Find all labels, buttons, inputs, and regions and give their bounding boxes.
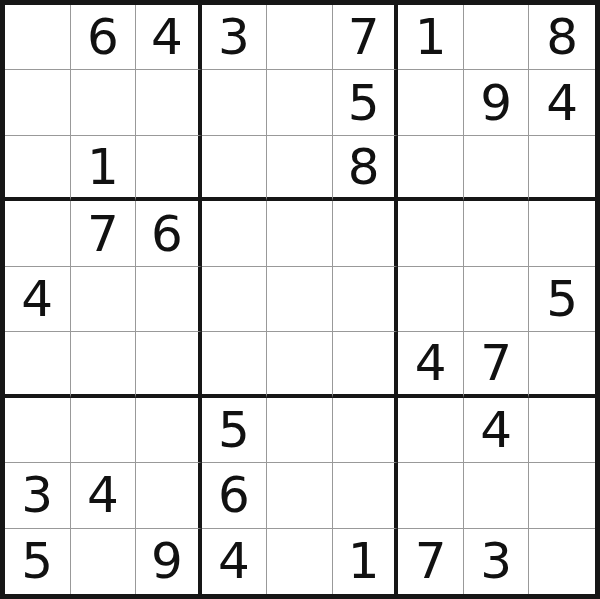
cell-r2c7[interactable] <box>398 70 464 135</box>
cell-r9c9[interactable] <box>529 529 595 594</box>
cell-r3c8[interactable] <box>464 136 530 201</box>
cell-r6c9[interactable] <box>529 332 595 397</box>
cell-r1c8[interactable] <box>464 5 530 70</box>
cell-r3c1[interactable] <box>5 136 71 201</box>
cell-r4c8[interactable] <box>464 201 530 266</box>
cell-r4c9[interactable] <box>529 201 595 266</box>
cell-r5c3[interactable] <box>136 267 202 332</box>
cell-r4c3[interactable]: 6 <box>136 201 202 266</box>
cell-r5c6[interactable] <box>333 267 399 332</box>
sudoku-puzzle: 6437185941876454754346594173 <box>0 0 600 599</box>
cell-r9c1[interactable]: 5 <box>5 529 71 594</box>
cell-r7c9[interactable] <box>529 398 595 463</box>
cell-r9c2[interactable] <box>71 529 137 594</box>
cell-r2c2[interactable] <box>71 70 137 135</box>
cell-r2c6[interactable]: 5 <box>333 70 399 135</box>
cell-r8c9[interactable] <box>529 463 595 528</box>
cell-r9c3[interactable]: 9 <box>136 529 202 594</box>
cell-r3c6[interactable]: 8 <box>333 136 399 201</box>
cell-r9c7[interactable]: 7 <box>398 529 464 594</box>
cell-r8c2[interactable]: 4 <box>71 463 137 528</box>
cell-r8c1[interactable]: 3 <box>5 463 71 528</box>
cell-r4c4[interactable] <box>202 201 268 266</box>
cell-r7c5[interactable] <box>267 398 333 463</box>
cell-r3c7[interactable] <box>398 136 464 201</box>
cell-r7c2[interactable] <box>71 398 137 463</box>
cell-r1c2[interactable]: 6 <box>71 5 137 70</box>
cell-r4c7[interactable] <box>398 201 464 266</box>
cell-r6c7[interactable]: 4 <box>398 332 464 397</box>
cell-r2c5[interactable] <box>267 70 333 135</box>
cell-r3c2[interactable]: 1 <box>71 136 137 201</box>
cell-r2c9[interactable]: 4 <box>529 70 595 135</box>
cell-r6c6[interactable] <box>333 332 399 397</box>
cell-r7c4[interactable]: 5 <box>202 398 268 463</box>
cell-r6c2[interactable] <box>71 332 137 397</box>
cell-r9c5[interactable] <box>267 529 333 594</box>
cell-r6c4[interactable] <box>202 332 268 397</box>
cell-r5c7[interactable] <box>398 267 464 332</box>
cell-r5c8[interactable] <box>464 267 530 332</box>
cell-r2c4[interactable] <box>202 70 268 135</box>
cell-r5c1[interactable]: 4 <box>5 267 71 332</box>
cell-r9c4[interactable]: 4 <box>202 529 268 594</box>
cell-r7c8[interactable]: 4 <box>464 398 530 463</box>
cell-r5c5[interactable] <box>267 267 333 332</box>
cell-r8c4[interactable]: 6 <box>202 463 268 528</box>
cell-r1c4[interactable]: 3 <box>202 5 268 70</box>
cell-r4c2[interactable]: 7 <box>71 201 137 266</box>
cell-r7c3[interactable] <box>136 398 202 463</box>
cell-r9c6[interactable]: 1 <box>333 529 399 594</box>
cell-r7c7[interactable] <box>398 398 464 463</box>
cell-r1c6[interactable]: 7 <box>333 5 399 70</box>
cell-r3c5[interactable] <box>267 136 333 201</box>
cell-r3c4[interactable] <box>202 136 268 201</box>
cell-r6c3[interactable] <box>136 332 202 397</box>
cell-r1c9[interactable]: 8 <box>529 5 595 70</box>
cell-r1c7[interactable]: 1 <box>398 5 464 70</box>
cell-r4c5[interactable] <box>267 201 333 266</box>
cell-r3c9[interactable] <box>529 136 595 201</box>
cell-r1c3[interactable]: 4 <box>136 5 202 70</box>
cell-r8c8[interactable] <box>464 463 530 528</box>
cell-r8c3[interactable] <box>136 463 202 528</box>
cell-r6c1[interactable] <box>5 332 71 397</box>
cell-r1c5[interactable] <box>267 5 333 70</box>
cell-r4c1[interactable] <box>5 201 71 266</box>
cell-r2c8[interactable]: 9 <box>464 70 530 135</box>
cell-r9c8[interactable]: 3 <box>464 529 530 594</box>
cell-r5c2[interactable] <box>71 267 137 332</box>
cell-r8c6[interactable] <box>333 463 399 528</box>
cell-r8c5[interactable] <box>267 463 333 528</box>
cell-r7c1[interactable] <box>5 398 71 463</box>
cell-r5c4[interactable] <box>202 267 268 332</box>
cell-r7c6[interactable] <box>333 398 399 463</box>
cell-r1c1[interactable] <box>5 5 71 70</box>
cell-r2c1[interactable] <box>5 70 71 135</box>
sudoku-board: 6437185941876454754346594173 <box>0 0 600 599</box>
cell-r4c6[interactable] <box>333 201 399 266</box>
cell-r5c9[interactable]: 5 <box>529 267 595 332</box>
cell-r2c3[interactable] <box>136 70 202 135</box>
cell-r6c5[interactable] <box>267 332 333 397</box>
cell-r8c7[interactable] <box>398 463 464 528</box>
cell-r3c3[interactable] <box>136 136 202 201</box>
cell-r6c8[interactable]: 7 <box>464 332 530 397</box>
